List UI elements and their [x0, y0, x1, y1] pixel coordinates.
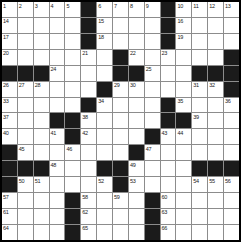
- black-cell: [161, 98, 176, 113]
- clue-number: 27: [19, 82, 25, 88]
- white-cell[interactable]: [18, 225, 33, 240]
- white-cell[interactable]: 54: [192, 177, 207, 192]
- white-cell[interactable]: 34: [97, 98, 112, 113]
- white-cell[interactable]: [145, 161, 160, 176]
- clue-number: 41: [51, 130, 57, 136]
- white-cell[interactable]: [81, 82, 96, 97]
- black-cell: [113, 50, 128, 65]
- clue-number: 28: [35, 82, 41, 88]
- clue-number: 8: [130, 3, 133, 9]
- black-cell: [81, 2, 96, 17]
- white-cell[interactable]: [176, 161, 191, 176]
- clue-number: 30: [130, 82, 136, 88]
- white-cell[interactable]: [208, 34, 223, 49]
- white-cell[interactable]: 14: [2, 18, 17, 33]
- clue-number: 44: [177, 130, 183, 136]
- white-cell[interactable]: [50, 225, 65, 240]
- white-cell[interactable]: [208, 225, 223, 240]
- white-cell[interactable]: [161, 177, 176, 192]
- clue-number: 31: [193, 82, 199, 88]
- white-cell[interactable]: [18, 209, 33, 224]
- white-cell[interactable]: 46: [65, 145, 80, 160]
- white-cell[interactable]: [192, 129, 207, 144]
- white-cell[interactable]: [161, 145, 176, 160]
- clue-number: 10: [177, 3, 183, 9]
- white-cell[interactable]: 3: [34, 2, 49, 17]
- white-cell[interactable]: [50, 145, 65, 160]
- clue-number: 2: [19, 3, 22, 9]
- white-cell[interactable]: 25: [145, 66, 160, 81]
- black-cell: [192, 66, 207, 81]
- white-cell[interactable]: [113, 113, 128, 128]
- white-cell[interactable]: 10: [176, 2, 191, 17]
- white-cell[interactable]: [97, 66, 112, 81]
- clue-number: 48: [51, 162, 57, 168]
- white-cell[interactable]: [81, 145, 96, 160]
- white-cell[interactable]: [65, 177, 80, 192]
- white-cell[interactable]: [81, 66, 96, 81]
- white-cell[interactable]: 17: [2, 34, 17, 49]
- white-cell[interactable]: [34, 225, 49, 240]
- white-cell[interactable]: 16: [176, 18, 191, 33]
- black-cell: [81, 34, 96, 49]
- clue-number: 12: [209, 3, 215, 9]
- clue-number: 59: [114, 194, 120, 200]
- black-cell: [2, 161, 17, 176]
- white-cell[interactable]: [176, 193, 191, 208]
- white-cell[interactable]: [176, 209, 191, 224]
- black-cell: [176, 113, 191, 128]
- clue-number: 13: [225, 3, 231, 9]
- white-cell[interactable]: 33: [2, 98, 17, 113]
- white-cell[interactable]: 41: [50, 129, 65, 144]
- white-cell[interactable]: 60: [161, 193, 176, 208]
- white-cell[interactable]: [18, 50, 33, 65]
- white-cell[interactable]: [208, 50, 223, 65]
- black-cell: [192, 161, 207, 176]
- white-cell[interactable]: 50: [18, 177, 33, 192]
- white-cell[interactable]: 59: [113, 193, 128, 208]
- white-cell[interactable]: [192, 98, 207, 113]
- white-cell[interactable]: 5: [65, 2, 80, 17]
- white-cell[interactable]: [81, 161, 96, 176]
- white-cell[interactable]: [176, 50, 191, 65]
- white-cell[interactable]: [208, 18, 223, 33]
- black-cell: [113, 177, 128, 192]
- white-cell[interactable]: 65: [81, 225, 96, 240]
- clue-number: 15: [98, 18, 104, 24]
- black-cell: [208, 66, 223, 81]
- clue-number: 47: [146, 146, 152, 152]
- white-cell[interactable]: 29: [113, 82, 128, 97]
- white-cell[interactable]: 35: [176, 98, 191, 113]
- white-cell[interactable]: [208, 145, 223, 160]
- white-cell[interactable]: 28: [34, 82, 49, 97]
- white-cell[interactable]: [97, 209, 112, 224]
- white-cell[interactable]: [65, 34, 80, 49]
- white-cell[interactable]: 13: [224, 2, 239, 17]
- white-cell[interactable]: [224, 113, 239, 128]
- clue-number: 58: [82, 194, 88, 200]
- white-cell[interactable]: [18, 129, 33, 144]
- white-cell[interactable]: [65, 82, 80, 97]
- white-cell[interactable]: [176, 145, 191, 160]
- white-cell[interactable]: [208, 113, 223, 128]
- white-cell[interactable]: 42: [81, 129, 96, 144]
- clue-number: 50: [19, 178, 25, 184]
- black-cell: [18, 66, 33, 81]
- white-cell[interactable]: [18, 18, 33, 33]
- white-cell[interactable]: [176, 82, 191, 97]
- white-cell[interactable]: [113, 34, 128, 49]
- clue-number: 66: [162, 225, 168, 231]
- white-cell[interactable]: [34, 50, 49, 65]
- clue-number: 54: [193, 178, 199, 184]
- black-cell: [224, 161, 239, 176]
- white-cell[interactable]: [145, 34, 160, 49]
- white-cell[interactable]: [97, 50, 112, 65]
- black-cell: [161, 2, 176, 17]
- black-cell: [161, 113, 176, 128]
- white-cell[interactable]: [113, 209, 128, 224]
- clue-number: 17: [3, 34, 9, 40]
- white-cell[interactable]: 18: [97, 34, 112, 49]
- white-cell[interactable]: 63: [161, 209, 176, 224]
- white-cell[interactable]: [129, 193, 144, 208]
- white-cell[interactable]: [208, 98, 223, 113]
- white-cell[interactable]: [176, 177, 191, 192]
- white-cell[interactable]: 58: [81, 193, 96, 208]
- white-cell[interactable]: 55: [208, 177, 223, 192]
- clue-number: 62: [82, 209, 88, 215]
- white-cell[interactable]: [176, 225, 191, 240]
- clue-number: 49: [130, 162, 136, 168]
- clue-number: 20: [3, 50, 9, 56]
- white-cell[interactable]: [145, 18, 160, 33]
- black-cell: [145, 209, 160, 224]
- black-cell: [113, 66, 128, 81]
- clue-number: 35: [177, 98, 183, 104]
- black-cell: [224, 82, 239, 97]
- clue-number: 60: [162, 194, 168, 200]
- white-cell[interactable]: [81, 177, 96, 192]
- white-cell[interactable]: 27: [18, 82, 33, 97]
- white-cell[interactable]: [113, 225, 128, 240]
- clue-number: 1: [3, 3, 6, 9]
- black-cell: [161, 34, 176, 49]
- white-cell[interactable]: [97, 145, 112, 160]
- white-cell[interactable]: 24: [50, 66, 65, 81]
- white-cell[interactable]: 23: [161, 50, 176, 65]
- white-cell[interactable]: [50, 209, 65, 224]
- black-cell: [2, 177, 17, 192]
- white-cell[interactable]: [129, 98, 144, 113]
- white-cell[interactable]: 57: [2, 193, 17, 208]
- white-cell[interactable]: 15: [97, 18, 112, 33]
- white-cell[interactable]: [65, 98, 80, 113]
- white-cell[interactable]: [129, 34, 144, 49]
- white-cell[interactable]: [224, 193, 239, 208]
- white-cell[interactable]: [224, 225, 239, 240]
- white-cell[interactable]: [50, 82, 65, 97]
- black-cell: [145, 225, 160, 240]
- white-cell[interactable]: 48: [50, 161, 65, 176]
- white-cell[interactable]: 45: [18, 145, 33, 160]
- white-cell[interactable]: [113, 145, 128, 160]
- white-cell[interactable]: [18, 193, 33, 208]
- clue-number: 40: [3, 130, 9, 136]
- white-cell[interactable]: 2: [18, 2, 33, 17]
- black-cell: [2, 145, 17, 160]
- white-cell[interactable]: [113, 98, 128, 113]
- clue-number: 7: [114, 3, 117, 9]
- black-cell: [65, 113, 80, 128]
- white-cell[interactable]: 47: [145, 145, 160, 160]
- clue-number: 63: [162, 209, 168, 215]
- white-cell[interactable]: [97, 129, 112, 144]
- white-cell[interactable]: [65, 18, 80, 33]
- white-cell[interactable]: 22: [129, 50, 144, 65]
- white-cell[interactable]: 30: [129, 82, 144, 97]
- white-cell[interactable]: [34, 209, 49, 224]
- white-cell[interactable]: [65, 50, 80, 65]
- clue-number: 39: [193, 114, 199, 120]
- white-cell[interactable]: [192, 145, 207, 160]
- white-cell[interactable]: [208, 193, 223, 208]
- white-cell[interactable]: 52: [97, 177, 112, 192]
- black-cell: [224, 50, 239, 65]
- white-cell[interactable]: [97, 193, 112, 208]
- clue-number: 24: [51, 66, 57, 72]
- white-cell[interactable]: [176, 66, 191, 81]
- black-cell: [161, 18, 176, 33]
- white-cell[interactable]: [145, 50, 160, 65]
- black-cell: [65, 129, 80, 144]
- white-cell[interactable]: [34, 113, 49, 128]
- white-cell[interactable]: 64: [2, 225, 17, 240]
- white-cell[interactable]: [97, 113, 112, 128]
- white-cell[interactable]: [113, 129, 128, 144]
- white-cell[interactable]: 26: [2, 82, 17, 97]
- white-cell[interactable]: [34, 34, 49, 49]
- white-cell[interactable]: [34, 18, 49, 33]
- white-cell[interactable]: [50, 34, 65, 49]
- white-cell[interactable]: [224, 34, 239, 49]
- white-cell[interactable]: 56: [224, 177, 239, 192]
- white-cell[interactable]: [129, 225, 144, 240]
- white-cell[interactable]: [34, 98, 49, 113]
- white-cell[interactable]: [34, 129, 49, 144]
- white-cell[interactable]: 9: [145, 2, 160, 17]
- clue-number: 16: [177, 18, 183, 24]
- white-cell[interactable]: [65, 161, 80, 176]
- black-cell: [2, 66, 17, 81]
- white-cell[interactable]: [129, 129, 144, 144]
- white-cell[interactable]: 43: [161, 129, 176, 144]
- clue-number: 33: [3, 98, 9, 104]
- clue-number: 46: [66, 146, 72, 152]
- clue-number: 21: [82, 50, 88, 56]
- clue-number: 9: [146, 3, 149, 9]
- clue-number: 57: [3, 194, 9, 200]
- black-cell: [65, 225, 80, 240]
- clue-number: 61: [3, 209, 9, 215]
- white-cell[interactable]: 61: [2, 209, 17, 224]
- white-cell[interactable]: [113, 18, 128, 33]
- clue-number: 51: [35, 178, 41, 184]
- clue-number: 56: [225, 178, 231, 184]
- clue-number: 65: [82, 225, 88, 231]
- black-cell: [129, 66, 144, 81]
- white-cell[interactable]: 39: [192, 113, 207, 128]
- clue-number: 26: [3, 82, 9, 88]
- white-cell[interactable]: 36: [224, 98, 239, 113]
- clue-number: 37: [3, 114, 9, 120]
- black-cell: [81, 98, 96, 113]
- clue-number: 38: [82, 114, 88, 120]
- white-cell[interactable]: [34, 145, 49, 160]
- clue-number: 55: [209, 178, 215, 184]
- black-cell: [65, 193, 80, 208]
- white-cell[interactable]: [192, 209, 207, 224]
- white-cell[interactable]: 44: [176, 129, 191, 144]
- clue-number: 45: [19, 146, 25, 152]
- clue-number: 18: [98, 34, 104, 40]
- white-cell[interactable]: [145, 177, 160, 192]
- white-cell[interactable]: [224, 129, 239, 144]
- white-cell[interactable]: 8: [129, 2, 144, 17]
- black-cell: [145, 193, 160, 208]
- clue-number: 11: [193, 3, 198, 9]
- white-cell[interactable]: 1: [2, 2, 17, 17]
- white-cell[interactable]: [34, 193, 49, 208]
- white-cell[interactable]: [224, 145, 239, 160]
- white-cell[interactable]: 4: [50, 2, 65, 17]
- clue-number: 22: [130, 50, 136, 56]
- white-cell[interactable]: [161, 161, 176, 176]
- black-cell: [224, 66, 239, 81]
- white-cell[interactable]: [18, 113, 33, 128]
- clue-number: 43: [162, 130, 168, 136]
- white-cell[interactable]: 12: [208, 2, 223, 17]
- clue-number: 14: [3, 18, 9, 24]
- clue-number: 4: [51, 3, 54, 9]
- white-cell[interactable]: [65, 66, 80, 81]
- white-cell[interactable]: 40: [2, 129, 17, 144]
- white-cell[interactable]: 20: [2, 50, 17, 65]
- black-cell: [97, 82, 112, 97]
- clue-number: 36: [225, 98, 231, 104]
- white-cell[interactable]: 51: [34, 177, 49, 192]
- white-cell[interactable]: 21: [81, 50, 96, 65]
- black-cell: [81, 18, 96, 33]
- clue-number: 42: [82, 130, 88, 136]
- white-cell[interactable]: [129, 18, 144, 33]
- black-cell: [34, 66, 49, 81]
- white-cell[interactable]: [192, 193, 207, 208]
- white-cell[interactable]: [97, 225, 112, 240]
- clue-number: 19: [177, 34, 183, 40]
- black-cell: [50, 113, 65, 128]
- white-cell[interactable]: 31: [192, 82, 207, 97]
- white-cell[interactable]: [129, 209, 144, 224]
- white-cell[interactable]: [192, 34, 207, 49]
- white-cell[interactable]: [145, 82, 160, 97]
- white-cell[interactable]: [192, 50, 207, 65]
- white-cell[interactable]: [208, 129, 223, 144]
- white-cell[interactable]: [50, 98, 65, 113]
- black-cell: [145, 129, 160, 144]
- white-cell[interactable]: [129, 113, 144, 128]
- white-cell[interactable]: 38: [81, 113, 96, 128]
- white-cell[interactable]: 19: [176, 34, 191, 49]
- white-cell[interactable]: 62: [81, 209, 96, 224]
- black-cell: [113, 161, 128, 176]
- white-cell[interactable]: [145, 113, 160, 128]
- white-cell[interactable]: [161, 82, 176, 97]
- clue-number: 29: [114, 82, 120, 88]
- white-cell[interactable]: [50, 18, 65, 33]
- white-cell[interactable]: [18, 98, 33, 113]
- clue-number: 3: [35, 3, 38, 9]
- white-cell[interactable]: [50, 193, 65, 208]
- clue-number: 34: [98, 98, 104, 104]
- clue-number: 6: [98, 3, 101, 9]
- black-cell: [208, 161, 223, 176]
- black-cell: [34, 161, 49, 176]
- white-cell[interactable]: [18, 34, 33, 49]
- clue-number: 52: [98, 178, 104, 184]
- clue-number: 25: [146, 66, 152, 72]
- white-cell[interactable]: 7: [113, 2, 128, 17]
- white-cell[interactable]: 6: [97, 2, 112, 17]
- white-cell[interactable]: 53: [129, 177, 144, 192]
- clue-number: 23: [162, 50, 168, 56]
- black-cell: [18, 161, 33, 176]
- white-cell[interactable]: [224, 18, 239, 33]
- black-cell: [97, 161, 112, 176]
- white-cell[interactable]: [192, 225, 207, 240]
- white-cell[interactable]: [50, 50, 65, 65]
- white-cell[interactable]: [224, 209, 239, 224]
- white-cell[interactable]: 37: [2, 113, 17, 128]
- black-cell: [65, 209, 80, 224]
- clue-number: 64: [3, 225, 9, 231]
- white-cell[interactable]: [208, 209, 223, 224]
- white-cell[interactable]: 11: [192, 2, 207, 17]
- crossword-board: 1234567891011121314151617181920212223242…: [0, 0, 241, 242]
- black-cell: [129, 145, 144, 160]
- clue-number: 5: [66, 3, 69, 9]
- white-cell[interactable]: 49: [129, 161, 144, 176]
- white-cell[interactable]: [145, 98, 160, 113]
- white-cell[interactable]: [192, 18, 207, 33]
- clue-number: 53: [130, 178, 136, 184]
- white-cell[interactable]: [50, 177, 65, 192]
- clue-number: 32: [209, 82, 215, 88]
- white-cell[interactable]: 32: [208, 82, 223, 97]
- white-cell[interactable]: 66: [161, 225, 176, 240]
- white-cell[interactable]: [161, 66, 176, 81]
